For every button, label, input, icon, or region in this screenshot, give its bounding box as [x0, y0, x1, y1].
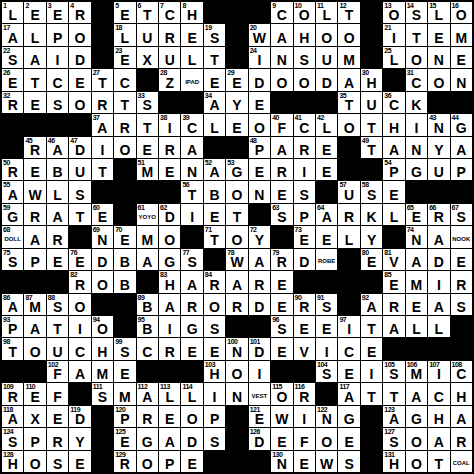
cell-r9c12[interactable]: N	[249, 181, 270, 202]
cell-r8c7[interactable]: 51M	[137, 159, 158, 180]
cell-r9c4[interactable]: S	[69, 181, 90, 202]
cell-r8c15[interactable]: E	[316, 159, 337, 180]
cell-r20c6[interactable]: 125E	[114, 428, 135, 449]
cell-r21c18[interactable]: 131H	[383, 451, 404, 472]
cell-r19c4[interactable]: 119D	[69, 406, 90, 427]
cell-r18c18[interactable]: T	[383, 383, 404, 404]
cell-r1c7[interactable]: 6T	[137, 2, 158, 23]
cell-r14c13[interactable]: E	[271, 294, 292, 315]
cell-r7c15[interactable]: E	[316, 137, 337, 158]
cell-r2c6[interactable]: 18L	[114, 24, 135, 45]
cell-r5c5[interactable]: R	[92, 92, 113, 113]
cell-r12c4[interactable]: 76E	[69, 249, 90, 270]
cell-r2c14[interactable]: H	[294, 24, 315, 45]
cell-r6c17[interactable]: T	[361, 114, 382, 135]
cell-r2c19[interactable]: T	[406, 24, 427, 45]
cell-r13c19[interactable]: M	[406, 271, 427, 292]
cell-r12c8[interactable]: G	[159, 249, 180, 270]
cell-r12c13[interactable]: 79R	[271, 249, 292, 270]
cell-r14c20[interactable]: A	[428, 294, 449, 315]
cell-r15c1[interactable]: 93P	[2, 316, 23, 337]
cell-r14c15[interactable]: 91S	[316, 294, 337, 315]
cell-r13c9[interactable]: A	[181, 271, 202, 292]
cell-r21c6[interactable]: 129R	[114, 451, 135, 472]
cell-r5c3[interactable]: S	[47, 92, 68, 113]
cell-r14c4[interactable]: O	[69, 294, 90, 315]
cell-r4c8[interactable]: 28Z	[159, 69, 180, 90]
cell-r3c1[interactable]: 22S	[2, 47, 23, 68]
cell-r18c20[interactable]: C	[428, 383, 449, 404]
cell-r20c1[interactable]: 124S	[2, 428, 23, 449]
cell-r8c9[interactable]: N	[181, 159, 202, 180]
cell-r16c7[interactable]: C	[137, 338, 158, 359]
cell-r10c13[interactable]: 63S	[271, 204, 292, 225]
cell-r15c8[interactable]: I	[159, 316, 180, 337]
cell-r18c6[interactable]: M	[114, 383, 135, 404]
cell-r16c5[interactable]: H	[92, 338, 113, 359]
cell-r13c11[interactable]: A	[226, 271, 247, 292]
cell-r10c20[interactable]: 66R	[428, 204, 449, 225]
cell-r11c10[interactable]: 71T	[204, 226, 225, 247]
cell-r19c16[interactable]: G	[338, 406, 359, 427]
cell-r6c18[interactable]: H	[383, 114, 404, 135]
cell-r3c18[interactable]: 25L	[383, 47, 404, 68]
cell-r17c10[interactable]: 103H	[204, 361, 225, 382]
cell-r18c16[interactable]: 117A	[338, 383, 359, 404]
cell-r5c6[interactable]: T	[114, 92, 135, 113]
cell-r10c10[interactable]: E	[204, 204, 225, 225]
cell-r10c11[interactable]: T	[226, 204, 247, 225]
cell-r11c20[interactable]: A	[428, 226, 449, 247]
cell-r13c8[interactable]: 83H	[159, 271, 180, 292]
cell-r20c19[interactable]: O	[406, 428, 427, 449]
cell-r11c6[interactable]: 70E	[114, 226, 135, 247]
cell-r18c2[interactable]: 110E	[24, 383, 45, 404]
cell-r10c4[interactable]: T	[69, 204, 90, 225]
cell-r11c3[interactable]: R	[47, 226, 68, 247]
cell-r2c12[interactable]: 20W	[249, 24, 270, 45]
cell-r19c14[interactable]: I	[294, 406, 315, 427]
cell-r3c9[interactable]: L	[181, 47, 202, 68]
cell-r1c15[interactable]: 11L	[316, 2, 337, 23]
cell-r21c4[interactable]: E	[69, 451, 90, 472]
cell-r15c5[interactable]: 94O	[92, 316, 113, 337]
cell-r16c9[interactable]: E	[181, 338, 202, 359]
cell-r7c14[interactable]: R	[294, 137, 315, 158]
cell-r4c10[interactable]: E	[204, 69, 225, 90]
cell-r5c19[interactable]: K	[406, 92, 427, 113]
cell-r10c9[interactable]: I	[181, 204, 202, 225]
cell-r6c6[interactable]: R	[114, 114, 135, 135]
cell-r10c19[interactable]: 65E	[406, 204, 427, 225]
cell-r2c16[interactable]: O	[338, 24, 359, 45]
cell-r8c1[interactable]: 50R	[2, 159, 23, 180]
cell-r8c19[interactable]: G	[406, 159, 427, 180]
cell-r15c2[interactable]: A	[24, 316, 45, 337]
cell-r20c2[interactable]: P	[24, 428, 45, 449]
cell-r12c6[interactable]: B	[114, 249, 135, 270]
cell-r1c8[interactable]: 7C	[159, 2, 180, 23]
cell-r9c17[interactable]: 58S	[361, 181, 382, 202]
cell-r1c4[interactable]: 4R	[69, 2, 90, 23]
cell-r8c4[interactable]: U	[69, 159, 90, 180]
cell-r19c1[interactable]: 118A	[2, 406, 23, 427]
cell-r6c12[interactable]: O	[249, 114, 270, 135]
cell-r12c9[interactable]: 77S	[181, 249, 202, 270]
cell-r12c1[interactable]: 75S	[2, 249, 23, 270]
cell-r8c3[interactable]: B	[47, 159, 68, 180]
cell-r18c19[interactable]: A	[406, 383, 427, 404]
cell-r15c14[interactable]: E	[294, 316, 315, 337]
cell-r4c2[interactable]: T	[24, 69, 45, 90]
cell-r15c17[interactable]: T	[361, 316, 382, 337]
cell-r7c5[interactable]: I	[92, 137, 113, 158]
cell-r20c7[interactable]: G	[137, 428, 158, 449]
cell-r20c16[interactable]: E	[338, 428, 359, 449]
cell-r20c14[interactable]: F	[294, 428, 315, 449]
cell-r4c17[interactable]: 30H	[361, 69, 382, 90]
cell-r17c11[interactable]: O	[226, 361, 247, 382]
cell-r19c20[interactable]: H	[428, 406, 449, 427]
cell-r9c1[interactable]: 55A	[2, 181, 23, 202]
cell-r8c10[interactable]: 52A	[204, 159, 225, 180]
cell-r12c15[interactable]: ROBE	[316, 249, 337, 270]
cell-r19c6[interactable]: 120P	[114, 406, 135, 427]
cell-r17c20[interactable]: 107I	[428, 361, 449, 382]
cell-r11c11[interactable]: O	[226, 226, 247, 247]
cell-r7c13[interactable]: A	[271, 137, 292, 158]
cell-r3c15[interactable]: U	[316, 47, 337, 68]
cell-r14c17[interactable]: 92A	[361, 294, 382, 315]
cell-r14c2[interactable]: 87M	[24, 294, 45, 315]
cell-r21c16[interactable]: S	[338, 451, 359, 472]
cell-r15c18[interactable]: A	[383, 316, 404, 337]
cell-r10c17[interactable]: K	[361, 204, 382, 225]
cell-r5c17[interactable]: U	[361, 92, 382, 113]
cell-r3c3[interactable]: I	[47, 47, 68, 68]
cell-r17c4[interactable]: A	[69, 361, 90, 382]
cell-r5c16[interactable]: 35T	[338, 92, 359, 113]
cell-r14c9[interactable]: R	[181, 294, 202, 315]
cell-r18c1[interactable]: 109R	[2, 383, 23, 404]
cell-r2c9[interactable]: E	[181, 24, 202, 45]
cell-r13c10[interactable]: 84R	[204, 271, 225, 292]
cell-r16c8[interactable]: R	[159, 338, 180, 359]
cell-r6c7[interactable]: T	[137, 114, 158, 135]
cell-r11c12[interactable]: 72Y	[249, 226, 270, 247]
cell-r14c8[interactable]: A	[159, 294, 180, 315]
cell-r16c16[interactable]: C	[338, 338, 359, 359]
cell-r18c14[interactable]: 116R	[294, 383, 315, 404]
cell-r21c19[interactable]: O	[406, 451, 427, 472]
cell-r20c15[interactable]: O	[316, 428, 337, 449]
cell-r21c2[interactable]: O	[24, 451, 45, 472]
cell-r18c12[interactable]: VEST	[249, 383, 270, 404]
cell-r21c14[interactable]: E	[294, 451, 315, 472]
cell-r1c20[interactable]: 15L	[428, 2, 449, 23]
cell-r6c5[interactable]: 37A	[92, 114, 113, 135]
cell-r18c3[interactable]: F	[47, 383, 68, 404]
cell-r3c8[interactable]: U	[159, 47, 180, 68]
cell-r16c15[interactable]: I	[316, 338, 337, 359]
cell-r14c7[interactable]: 89B	[137, 294, 158, 315]
cell-r17c6[interactable]: E	[114, 361, 135, 382]
cell-r6c19[interactable]: I	[406, 114, 427, 135]
cell-r5c4[interactable]: O	[69, 92, 90, 113]
cell-r14c19[interactable]: E	[406, 294, 427, 315]
cell-r17c16[interactable]: E	[338, 361, 359, 382]
cell-r8c8[interactable]: E	[159, 159, 180, 180]
cell-r21c13[interactable]: 130N	[271, 451, 292, 472]
cell-r12c2[interactable]: P	[24, 249, 45, 270]
cell-r20c18[interactable]: 127S	[383, 428, 404, 449]
cell-r10c8[interactable]: 62D	[159, 204, 180, 225]
cell-r16c17[interactable]: E	[361, 338, 382, 359]
cell-r14c21[interactable]: S	[451, 294, 472, 315]
cell-r14c18[interactable]: R	[383, 294, 404, 315]
cell-r8c2[interactable]: E	[24, 159, 45, 180]
cell-r16c3[interactable]: U	[47, 338, 68, 359]
cell-r19c2[interactable]: X	[24, 406, 45, 427]
cell-r13c5[interactable]: O	[92, 271, 113, 292]
cell-r1c16[interactable]: 12T	[338, 2, 359, 23]
cell-r19c8[interactable]: E	[159, 406, 180, 427]
cell-r2c10[interactable]: 19S	[204, 24, 225, 45]
cell-r8c18[interactable]: 54P	[383, 159, 404, 180]
cell-r18c10[interactable]: I	[204, 383, 225, 404]
cell-r5c11[interactable]: Y	[226, 92, 247, 113]
cell-r2c4[interactable]: O	[69, 24, 90, 45]
cell-r4c6[interactable]: C	[114, 69, 135, 90]
cell-r4c21[interactable]: N	[451, 69, 472, 90]
cell-r10c2[interactable]: R	[24, 204, 45, 225]
cell-r15c19[interactable]: L	[406, 316, 427, 337]
cell-r7c20[interactable]: Y	[428, 137, 449, 158]
cell-r20c3[interactable]: R	[47, 428, 68, 449]
cell-r14c12[interactable]: D	[249, 294, 270, 315]
cell-r19c15[interactable]: 122N	[316, 406, 337, 427]
cell-r7c18[interactable]: A	[383, 137, 404, 158]
cell-r3c20[interactable]: N	[428, 47, 449, 68]
cell-r15c15[interactable]: E	[316, 316, 337, 337]
cell-r3c19[interactable]: O	[406, 47, 427, 68]
cell-r7c9[interactable]: A	[181, 137, 202, 158]
cell-r17c18[interactable]: 105S	[383, 361, 404, 382]
cell-r13c12[interactable]: R	[249, 271, 270, 292]
cell-r11c1[interactable]: 68DOLL	[2, 226, 23, 247]
cell-r21c9[interactable]: E	[181, 451, 202, 472]
cell-r1c2[interactable]: 2E	[24, 2, 45, 23]
cell-r5c1[interactable]: 32R	[2, 92, 23, 113]
cell-r11c15[interactable]: E	[316, 226, 337, 247]
cell-r19c18[interactable]: 123A	[383, 406, 404, 427]
cell-r7c19[interactable]: N	[406, 137, 427, 158]
cell-r19c12[interactable]: 121E	[249, 406, 270, 427]
cell-r2c1[interactable]: 17A	[2, 24, 23, 45]
cell-r18c13[interactable]: 115O	[271, 383, 292, 404]
cell-r21c20[interactable]: T	[428, 451, 449, 472]
cell-r1c21[interactable]: 16O	[451, 2, 472, 23]
cell-r15c16[interactable]: 97I	[338, 316, 359, 337]
cell-r10c5[interactable]: 60E	[92, 204, 113, 225]
cell-r6c13[interactable]: 40F	[271, 114, 292, 135]
cell-r21c3[interactable]: S	[47, 451, 68, 472]
cell-r1c18[interactable]: 13O	[383, 2, 404, 23]
cell-r10c3[interactable]: A	[47, 204, 68, 225]
cell-r14c11[interactable]: R	[226, 294, 247, 315]
cell-r20c12[interactable]: 126D	[249, 428, 270, 449]
cell-r10c18[interactable]: L	[383, 204, 404, 225]
cell-r2c13[interactable]: A	[271, 24, 292, 45]
cell-r12c11[interactable]: 78W	[226, 249, 247, 270]
cell-r8c14[interactable]: I	[294, 159, 315, 180]
cell-r11c14[interactable]: 73E	[294, 226, 315, 247]
cell-r7c17[interactable]: 49T	[361, 137, 382, 158]
cell-r16c14[interactable]: V	[294, 338, 315, 359]
cell-r19c9[interactable]: O	[181, 406, 202, 427]
cell-r13c4[interactable]: 82R	[69, 271, 90, 292]
cell-r20c4[interactable]: Y	[69, 428, 90, 449]
cell-r2c2[interactable]: L	[24, 24, 45, 45]
cell-r11c5[interactable]: 69N	[92, 226, 113, 247]
cell-r6c21[interactable]: 44G	[451, 114, 472, 135]
cell-r16c1[interactable]: 98T	[2, 338, 23, 359]
cell-r17c17[interactable]: I	[361, 361, 382, 382]
cell-r21c8[interactable]: P	[159, 451, 180, 472]
cell-r5c2[interactable]: E	[24, 92, 45, 113]
cell-r1c1[interactable]: 1L	[2, 2, 23, 23]
cell-r9c11[interactable]: O	[226, 181, 247, 202]
cell-r4c15[interactable]: D	[316, 69, 337, 90]
cell-r13c18[interactable]: 85E	[383, 271, 404, 292]
cell-r3c13[interactable]: N	[271, 47, 292, 68]
cell-r12c21[interactable]: E	[451, 249, 472, 270]
cell-r14c14[interactable]: 90R	[294, 294, 315, 315]
cell-r17c5[interactable]: M	[92, 361, 113, 382]
cell-r9c18[interactable]: E	[383, 181, 404, 202]
cell-r16c10[interactable]: E	[204, 338, 225, 359]
cell-r1c19[interactable]: 14S	[406, 2, 427, 23]
cell-r12c17[interactable]: 80E	[361, 249, 382, 270]
cell-r13c6[interactable]: B	[114, 271, 135, 292]
cell-r4c12[interactable]: D	[249, 69, 270, 90]
cell-r11c8[interactable]: O	[159, 226, 180, 247]
cell-r19c19[interactable]: G	[406, 406, 427, 427]
cell-r16c6[interactable]: 99S	[114, 338, 135, 359]
cell-r21c21[interactable]: COAL	[451, 451, 472, 472]
cell-r15c7[interactable]: 95B	[137, 316, 158, 337]
cell-r8c20[interactable]: U	[428, 159, 449, 180]
cell-r4c16[interactable]: A	[338, 69, 359, 90]
cell-r2c8[interactable]: R	[159, 24, 180, 45]
cell-r6c20[interactable]: 43N	[428, 114, 449, 135]
cell-r2c21[interactable]: M	[451, 24, 472, 45]
cell-r7c6[interactable]: O	[114, 137, 135, 158]
cell-r9c3[interactable]: L	[47, 181, 68, 202]
cell-r10c16[interactable]: R	[338, 204, 359, 225]
cell-r4c9[interactable]: IPAD	[181, 69, 202, 90]
cell-r5c10[interactable]: 34A	[204, 92, 225, 113]
cell-r4c19[interactable]: 31C	[406, 69, 427, 90]
cell-r19c21[interactable]: A	[451, 406, 472, 427]
cell-r12c18[interactable]: 81V	[383, 249, 404, 270]
cell-r11c17[interactable]: Y	[361, 226, 382, 247]
cell-r17c15[interactable]: 104S	[316, 361, 337, 382]
cell-r2c15[interactable]: O	[316, 24, 337, 45]
cell-r12c12[interactable]: A	[249, 249, 270, 270]
cell-r14c10[interactable]: O	[204, 294, 225, 315]
cell-r4c14[interactable]: O	[294, 69, 315, 90]
cell-r9c14[interactable]: S	[294, 181, 315, 202]
cell-r8c5[interactable]: T	[92, 159, 113, 180]
cell-r18c17[interactable]: T	[361, 383, 382, 404]
cell-r5c7[interactable]: 33S	[137, 92, 158, 113]
cell-r6c9[interactable]: 39C	[181, 114, 202, 135]
cell-r6c8[interactable]: 38I	[159, 114, 180, 135]
cell-r21c15[interactable]: W	[316, 451, 337, 472]
cell-r15c20[interactable]: L	[428, 316, 449, 337]
cell-r2c3[interactable]: P	[47, 24, 68, 45]
cell-r20c9[interactable]: D	[181, 428, 202, 449]
cell-r20c13[interactable]: E	[271, 428, 292, 449]
cell-r18c21[interactable]: H	[451, 383, 472, 404]
cell-r6c11[interactable]: E	[226, 114, 247, 135]
cell-r14c1[interactable]: 86A	[2, 294, 23, 315]
cell-r15c13[interactable]: 96S	[271, 316, 292, 337]
cell-r6c15[interactable]: 42L	[316, 114, 337, 135]
cell-r2c7[interactable]: U	[137, 24, 158, 45]
cell-r3c21[interactable]: E	[451, 47, 472, 68]
cell-r1c6[interactable]: 5E	[114, 2, 135, 23]
cell-r6c16[interactable]: O	[338, 114, 359, 135]
cell-r4c4[interactable]: E	[69, 69, 90, 90]
cell-r12c19[interactable]: A	[406, 249, 427, 270]
cell-r8c11[interactable]: 53G	[226, 159, 247, 180]
cell-r4c11[interactable]: 29E	[226, 69, 247, 90]
cell-r20c21[interactable]: R	[451, 428, 472, 449]
cell-r3c4[interactable]: D	[69, 47, 90, 68]
cell-r17c21[interactable]: 108C	[451, 361, 472, 382]
cell-r12c3[interactable]: E	[47, 249, 68, 270]
cell-r11c2[interactable]: A	[24, 226, 45, 247]
cell-r21c1[interactable]: 128H	[2, 451, 23, 472]
cell-r15c3[interactable]: T	[47, 316, 68, 337]
cell-r6c10[interactable]: L	[204, 114, 225, 135]
cell-r4c13[interactable]: O	[271, 69, 292, 90]
cell-r3c14[interactable]: S	[294, 47, 315, 68]
cell-r10c21[interactable]: 67S	[451, 204, 472, 225]
cell-r7c8[interactable]: R	[159, 137, 180, 158]
cell-r16c12[interactable]: 101D	[249, 338, 270, 359]
cell-r8c13[interactable]: R	[271, 159, 292, 180]
cell-r9c10[interactable]: B	[204, 181, 225, 202]
cell-r16c13[interactable]: E	[271, 338, 292, 359]
cell-r12c14[interactable]: D	[294, 249, 315, 270]
cell-r2c18[interactable]: 21I	[383, 24, 404, 45]
cell-r5c12[interactable]: E	[249, 92, 270, 113]
cell-r13c20[interactable]: I	[428, 271, 449, 292]
cell-r4c20[interactable]: O	[428, 69, 449, 90]
cell-r7c3[interactable]: 46A	[47, 137, 68, 158]
cell-r20c20[interactable]: A	[428, 428, 449, 449]
cell-r4c1[interactable]: 26E	[2, 69, 23, 90]
cell-r10c15[interactable]: 64A	[316, 204, 337, 225]
cell-r5c18[interactable]: 36C	[383, 92, 404, 113]
cell-r19c7[interactable]: R	[137, 406, 158, 427]
cell-r13c13[interactable]: E	[271, 271, 292, 292]
cell-r18c9[interactable]: 114L	[181, 383, 202, 404]
cell-r9c9[interactable]: 56T	[181, 181, 202, 202]
